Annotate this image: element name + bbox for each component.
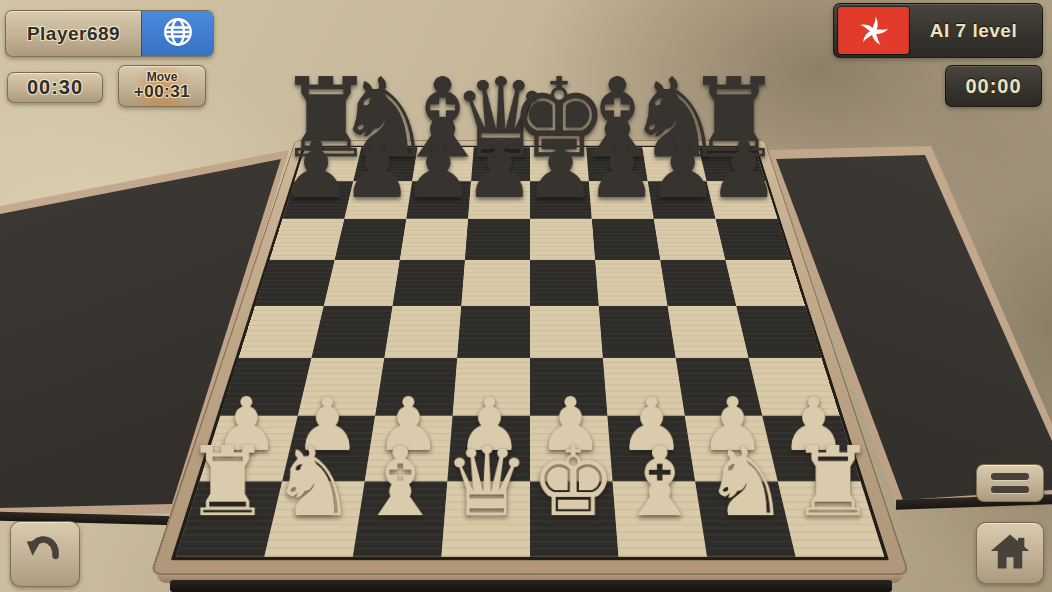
square-e6[interactable] — [530, 219, 595, 260]
square-d4[interactable] — [457, 306, 530, 358]
game-screen: ♜♞♝♛♚♝♞♜♟♟♟♟♟♟♟♟♟♟♟♟♟♟♟♟♜♞♝♛♚♝♞♜ Player6… — [0, 0, 1052, 592]
square-g4[interactable] — [668, 306, 749, 358]
menu-button[interactable] — [976, 464, 1044, 502]
piece-white-rook[interactable]: ♜ — [746, 434, 919, 530]
square-b4[interactable] — [311, 306, 392, 358]
square-h7[interactable]: ♟ — [707, 181, 778, 218]
square-c4[interactable] — [384, 306, 461, 358]
hong-kong-flag — [838, 7, 909, 54]
player-bar: Player689 — [5, 10, 214, 57]
square-c6[interactable] — [400, 219, 468, 260]
board[interactable]: ♜♞♝♛♚♝♞♜♟♟♟♟♟♟♟♟♟♟♟♟♟♟♟♟♜♞♝♛♚♝♞♜ — [150, 140, 910, 575]
square-h4[interactable] — [736, 306, 821, 358]
home-icon — [989, 531, 1031, 575]
square-d5[interactable] — [461, 260, 530, 306]
black-clock: 00:00 — [945, 65, 1042, 107]
square-a5[interactable] — [255, 260, 335, 306]
square-h6[interactable] — [716, 219, 791, 260]
square-b5[interactable] — [324, 260, 400, 306]
square-f4[interactable] — [599, 306, 676, 358]
square-g5[interactable] — [660, 260, 736, 306]
square-f5[interactable] — [595, 260, 667, 306]
move-increment-value: +00:31 — [134, 83, 190, 101]
globe-icon — [161, 15, 195, 53]
piece-black-pawn[interactable]: ♟ — [683, 130, 805, 209]
board-shadow — [170, 580, 892, 592]
opponent-name: AI 7 level — [909, 20, 1038, 42]
opponent-bar: AI 7 level — [833, 3, 1043, 58]
square-e5[interactable] — [530, 260, 599, 306]
square-a6[interactable] — [269, 219, 344, 260]
globe-button[interactable] — [141, 10, 213, 57]
home-button[interactable] — [976, 522, 1044, 584]
square-h1[interactable]: ♜ — [778, 482, 884, 557]
square-b6[interactable] — [335, 219, 407, 260]
undo-arrow-icon — [22, 529, 68, 579]
square-g6[interactable] — [654, 219, 726, 260]
square-c5[interactable] — [392, 260, 464, 306]
white-clock: 00:30 — [7, 72, 103, 103]
square-e4[interactable] — [530, 306, 603, 358]
square-a4[interactable] — [239, 306, 324, 358]
board-scene: ♜♞♝♛♚♝♞♜♟♟♟♟♟♟♟♟♟♟♟♟♟♟♟♟♜♞♝♛♚♝♞♜ — [150, 140, 910, 575]
square-d6[interactable] — [465, 219, 530, 260]
square-f6[interactable] — [592, 219, 660, 260]
move-increment-box: Move +00:31 — [118, 65, 206, 107]
square-h5[interactable] — [725, 260, 805, 306]
undo-button[interactable] — [10, 521, 80, 587]
player-name: Player689 — [6, 23, 141, 45]
menu-icon — [991, 473, 1029, 480]
